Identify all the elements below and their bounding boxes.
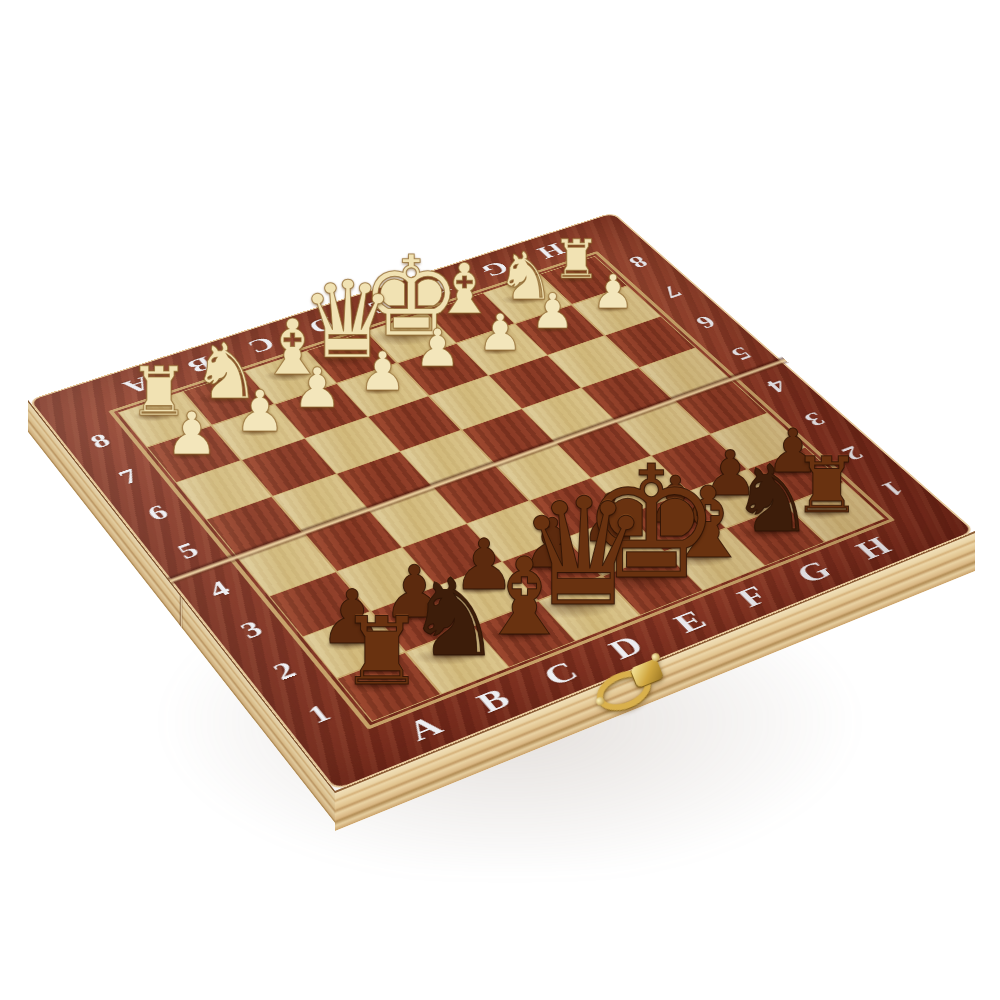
file-label-top-h: H [532, 240, 569, 261]
file-label-bottom-c: C [537, 657, 584, 690]
rank-label-left-7: 7 [114, 465, 143, 487]
rank-label-right-7: 7 [658, 283, 686, 301]
rank-label-left-4: 4 [204, 577, 235, 601]
file-label-top-e: E [364, 295, 398, 317]
file-label-top-a: A [119, 373, 156, 397]
file-label-top-f: F [422, 277, 455, 298]
rank-label-right-8: 8 [625, 253, 653, 271]
file-label-top-c: C [243, 333, 279, 356]
file-label-bottom-a: A [401, 711, 448, 746]
box-fold-seam-side [179, 595, 182, 629]
rank-label-left-2: 2 [268, 658, 300, 684]
rank-label-left-8: 8 [86, 430, 114, 451]
file-label-bottom-b: B [471, 684, 516, 717]
file-label-bottom-h: H [850, 533, 897, 563]
rank-label-right-5: 5 [726, 344, 756, 363]
file-label-top-d: D [304, 314, 340, 336]
rank-label-right-2: 2 [837, 443, 868, 464]
file-label-bottom-g: G [790, 557, 837, 588]
rank-label-left-3: 3 [235, 617, 266, 642]
file-label-top-b: B [183, 353, 218, 376]
product-photo-stage: AA88BB77CC66DD55EE44FF33GG22HH11 ♜♞♝♛♚♝♞… [0, 0, 1000, 1000]
rank-label-right-3: 3 [799, 409, 830, 430]
rank-label-right-4: 4 [762, 376, 792, 396]
rank-label-left-5: 5 [173, 539, 203, 562]
rank-label-right-6: 6 [692, 313, 721, 332]
rank-label-left-1: 1 [302, 700, 335, 727]
clasp-plate-icon [630, 658, 664, 688]
rank-label-left-6: 6 [143, 501, 172, 524]
file-label-bottom-e: E [668, 606, 712, 637]
rank-label-right-1: 1 [877, 478, 909, 500]
file-label-top-g: G [477, 258, 514, 280]
file-label-bottom-f: F [732, 582, 774, 611]
